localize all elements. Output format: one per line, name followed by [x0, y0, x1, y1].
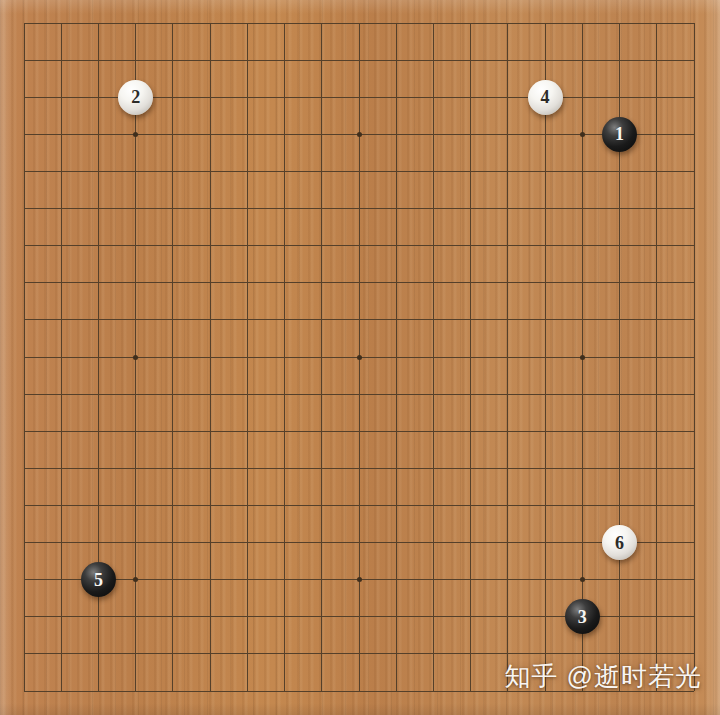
- watermark: 知乎 @逝时若光: [504, 659, 702, 694]
- stone-black-5[interactable]: 5: [81, 562, 116, 597]
- go-board[interactable]: 123456: [5, 4, 712, 709]
- stone-white-6[interactable]: 6: [602, 525, 637, 560]
- stone-move-number: 2: [131, 88, 140, 106]
- go-board-photo: 123456 知乎 @逝时若光: [0, 0, 720, 715]
- stone-move-number: 3: [578, 608, 587, 626]
- stone-move-number: 4: [541, 88, 550, 106]
- stone-black-1[interactable]: 1: [602, 117, 637, 152]
- stone-white-4[interactable]: 4: [528, 80, 563, 115]
- stone-black-3[interactable]: 3: [565, 599, 600, 634]
- stone-move-number: 5: [94, 571, 103, 589]
- stone-move-number: 6: [615, 534, 624, 552]
- stone-white-2[interactable]: 2: [118, 80, 153, 115]
- stone-move-number: 1: [615, 125, 624, 143]
